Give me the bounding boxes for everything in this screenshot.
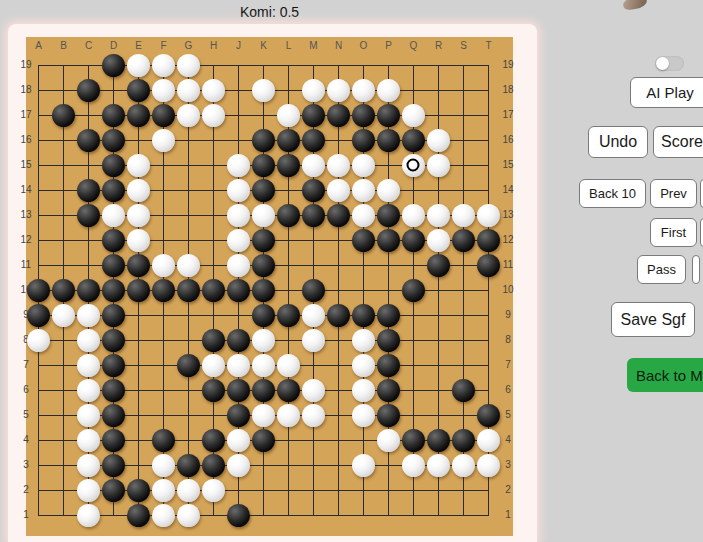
stone-black	[377, 304, 400, 327]
stone-black	[127, 79, 150, 102]
stone-black	[402, 129, 425, 152]
stone-black	[77, 79, 100, 102]
row-label: 7	[16, 359, 36, 370]
stone-black	[102, 129, 125, 152]
row-label: 3	[16, 459, 36, 470]
row-label: 18	[498, 84, 518, 95]
column-label: S	[451, 40, 476, 51]
stone-white	[202, 479, 225, 502]
stone-black	[177, 279, 200, 302]
row-label: 4	[16, 434, 36, 445]
stone-white	[402, 154, 425, 177]
stone-black	[377, 354, 400, 377]
column-label: M	[301, 40, 326, 51]
stone-white	[227, 454, 250, 477]
corner-image	[622, 0, 648, 11]
stone-black	[52, 279, 75, 302]
stone-white	[252, 79, 275, 102]
stone-white	[327, 154, 350, 177]
stone-white	[427, 204, 450, 227]
stone-white	[427, 454, 450, 477]
stone-white	[202, 79, 225, 102]
stone-black	[152, 429, 175, 452]
row-label: 4	[498, 434, 518, 445]
komi-label: Komi: 0.5	[240, 4, 299, 20]
back-10-button[interactable]: Back 10	[579, 179, 646, 208]
stone-black	[102, 229, 125, 252]
row-label: 5	[498, 409, 518, 420]
stone-black	[27, 279, 50, 302]
stone-black	[202, 279, 225, 302]
row-label: 7	[498, 359, 518, 370]
stone-black	[277, 129, 300, 152]
stone-white	[252, 354, 275, 377]
column-label: T	[476, 40, 501, 51]
stone-black	[452, 379, 475, 402]
stone-black	[102, 154, 125, 177]
stone-black	[377, 129, 400, 152]
stone-black	[202, 429, 225, 452]
stone-white	[427, 229, 450, 252]
stone-white	[77, 479, 100, 502]
stone-white	[377, 79, 400, 102]
stone-black	[377, 229, 400, 252]
stone-black	[277, 204, 300, 227]
row-label: 6	[498, 384, 518, 395]
stone-white	[152, 504, 175, 527]
stone-white	[152, 79, 175, 102]
stone-white	[127, 54, 150, 77]
column-label: Q	[401, 40, 426, 51]
stone-black	[102, 304, 125, 327]
stone-black	[102, 429, 125, 452]
stone-black	[102, 404, 125, 427]
column-label: L	[276, 40, 301, 51]
first-button[interactable]: First	[650, 218, 697, 247]
column-label: A	[26, 40, 51, 51]
stone-white	[77, 329, 100, 352]
stone-black	[252, 379, 275, 402]
last-move-marker	[407, 159, 420, 172]
save-sgf-button[interactable]: Save Sgf	[611, 302, 695, 337]
stone-black	[252, 129, 275, 152]
stone-black	[302, 179, 325, 202]
row-label: 17	[498, 109, 518, 120]
row-label: 2	[498, 484, 518, 495]
column-label: C	[76, 40, 101, 51]
column-label: D	[101, 40, 126, 51]
row-label: 5	[16, 409, 36, 420]
row-label: 9	[498, 309, 518, 320]
stone-black	[102, 454, 125, 477]
stone-white	[327, 179, 350, 202]
stone-black	[352, 304, 375, 327]
stone-black	[102, 329, 125, 352]
row-label: 15	[16, 159, 36, 170]
stone-black	[252, 254, 275, 277]
stone-black	[352, 229, 375, 252]
column-label: R	[426, 40, 451, 51]
stone-black	[302, 204, 325, 227]
stone-white	[477, 429, 500, 452]
stone-white	[477, 204, 500, 227]
stone-black	[52, 104, 75, 127]
stone-white	[352, 379, 375, 402]
stone-white	[77, 404, 100, 427]
ai-toggle-switch[interactable]	[655, 56, 684, 71]
stone-white	[352, 179, 375, 202]
stone-white	[227, 254, 250, 277]
stone-black	[202, 379, 225, 402]
stone-black	[377, 404, 400, 427]
stone-white	[427, 129, 450, 152]
column-label: O	[351, 40, 376, 51]
stone-black	[102, 179, 125, 202]
stone-white	[227, 354, 250, 377]
stone-black	[252, 279, 275, 302]
column-label: E	[126, 40, 151, 51]
stone-black	[127, 104, 150, 127]
stone-white	[427, 154, 450, 177]
row-label: 1	[498, 509, 518, 520]
stone-white	[352, 329, 375, 352]
stone-black	[477, 404, 500, 427]
row-label: 2	[16, 484, 36, 495]
stone-white	[352, 154, 375, 177]
stone-black	[402, 229, 425, 252]
stone-black	[452, 229, 475, 252]
stone-black	[102, 54, 125, 77]
stone-black	[402, 429, 425, 452]
stone-black	[477, 254, 500, 277]
stone-white	[177, 79, 200, 102]
row-label: 12	[16, 234, 36, 245]
stone-white	[52, 304, 75, 327]
stone-black	[227, 329, 250, 352]
stone-white	[127, 229, 150, 252]
stone-white	[252, 204, 275, 227]
stone-white	[152, 254, 175, 277]
stone-black	[102, 379, 125, 402]
cut-off-button[interactable]	[692, 255, 700, 284]
row-label: 13	[16, 209, 36, 220]
stone-white	[152, 54, 175, 77]
stone-white	[177, 504, 200, 527]
stone-black	[302, 279, 325, 302]
stone-white	[127, 154, 150, 177]
row-label: 19	[16, 59, 36, 70]
stone-white	[102, 204, 125, 227]
stone-black	[252, 429, 275, 452]
stone-black	[152, 279, 175, 302]
pass-button[interactable]: Pass	[637, 255, 686, 284]
stone-black	[402, 279, 425, 302]
stone-white	[277, 104, 300, 127]
go-app: { "top_bar": { "komi_label": "Komi: 0.5"…	[0, 0, 703, 542]
stone-white	[302, 379, 325, 402]
column-label: P	[376, 40, 401, 51]
row-label: 16	[16, 134, 36, 145]
stone-white	[302, 154, 325, 177]
row-label: 12	[498, 234, 518, 245]
stone-white	[177, 104, 200, 127]
stone-white	[277, 404, 300, 427]
grid-line	[338, 65, 339, 516]
stone-black	[177, 354, 200, 377]
row-label: 13	[498, 209, 518, 220]
stone-white	[477, 454, 500, 477]
stone-white	[127, 204, 150, 227]
stone-black	[427, 254, 450, 277]
stone-white	[202, 104, 225, 127]
toggle-knob	[656, 57, 669, 70]
column-label: F	[151, 40, 176, 51]
stone-black	[102, 104, 125, 127]
stone-white	[27, 329, 50, 352]
row-label: 11	[16, 259, 36, 270]
stone-white	[402, 454, 425, 477]
stone-white	[252, 329, 275, 352]
stone-white	[377, 429, 400, 452]
stone-white	[177, 254, 200, 277]
stone-white	[352, 454, 375, 477]
stone-white	[327, 79, 350, 102]
stone-white	[277, 354, 300, 377]
stone-black	[252, 304, 275, 327]
stone-black	[327, 104, 350, 127]
stone-black	[127, 279, 150, 302]
stone-black	[227, 504, 250, 527]
row-label: 14	[498, 184, 518, 195]
stone-black	[127, 479, 150, 502]
stone-black	[252, 229, 275, 252]
stone-white	[227, 429, 250, 452]
stone-black	[377, 329, 400, 352]
stone-black	[127, 504, 150, 527]
column-label: K	[251, 40, 276, 51]
stone-black	[352, 104, 375, 127]
stone-black	[277, 304, 300, 327]
column-label: J	[226, 40, 251, 51]
stone-black	[152, 104, 175, 127]
stone-white	[227, 204, 250, 227]
row-label: 15	[498, 159, 518, 170]
stone-white	[77, 354, 100, 377]
row-label: 10	[498, 284, 518, 295]
stone-black	[452, 429, 475, 452]
stone-black	[227, 379, 250, 402]
stone-black	[252, 154, 275, 177]
stone-black	[277, 154, 300, 177]
stone-white	[302, 79, 325, 102]
stone-white	[377, 179, 400, 202]
row-label: 1	[16, 509, 36, 520]
stone-black	[327, 304, 350, 327]
board-card: A1919B1818C1717D1616E1515F1414G1313H1212…	[8, 24, 537, 542]
stone-white	[302, 404, 325, 427]
row-label: 11	[498, 259, 518, 270]
row-label: 8	[498, 334, 518, 345]
stone-white	[77, 304, 100, 327]
stone-white	[177, 479, 200, 502]
stone-white	[77, 429, 100, 452]
stone-black	[302, 104, 325, 127]
row-label: 19	[498, 59, 518, 70]
stone-white	[227, 179, 250, 202]
stone-black	[377, 104, 400, 127]
stone-white	[227, 154, 250, 177]
row-label: 14	[16, 184, 36, 195]
stone-white	[152, 479, 175, 502]
column-label: G	[176, 40, 201, 51]
stone-black	[27, 304, 50, 327]
stone-white	[452, 204, 475, 227]
stone-black	[202, 454, 225, 477]
stone-black	[102, 479, 125, 502]
stone-white	[402, 204, 425, 227]
row-label: 16	[498, 134, 518, 145]
stone-black	[477, 229, 500, 252]
column-label: B	[51, 40, 76, 51]
stone-white	[302, 304, 325, 327]
row-label: 18	[16, 84, 36, 95]
stone-white	[352, 79, 375, 102]
stone-white	[77, 454, 100, 477]
stone-white	[452, 454, 475, 477]
stone-black	[127, 254, 150, 277]
row-label: 6	[16, 384, 36, 395]
stone-black	[77, 179, 100, 202]
prev-button[interactable]: Prev	[650, 179, 697, 208]
stone-black	[302, 129, 325, 152]
goban[interactable]: A1919B1818C1717D1616E1515F1414G1313H1212…	[26, 37, 513, 536]
ai-play-button[interactable]: AI Play	[630, 77, 703, 108]
stone-white	[77, 504, 100, 527]
stone-white	[177, 54, 200, 77]
column-label: N	[326, 40, 351, 51]
stone-black	[377, 204, 400, 227]
stone-black	[352, 129, 375, 152]
score-button[interactable]: Score	[653, 126, 703, 158]
stone-black	[252, 179, 275, 202]
stone-black	[102, 354, 125, 377]
stone-black	[202, 329, 225, 352]
stone-black	[377, 379, 400, 402]
stone-white	[127, 179, 150, 202]
stone-black	[77, 129, 100, 152]
stone-white	[252, 404, 275, 427]
stone-black	[77, 204, 100, 227]
stone-white	[152, 454, 175, 477]
stone-white	[352, 204, 375, 227]
stone-black	[227, 279, 250, 302]
column-label: H	[201, 40, 226, 51]
grid-line	[38, 515, 489, 516]
back-to-menu-button[interactable]: Back to M	[627, 358, 703, 392]
top-bar: Komi: 0.5	[0, 0, 703, 24]
stone-black	[427, 429, 450, 452]
undo-button[interactable]: Undo	[588, 126, 648, 158]
stone-black	[102, 254, 125, 277]
stone-white	[302, 329, 325, 352]
stone-white	[77, 379, 100, 402]
stone-white	[352, 354, 375, 377]
stone-white	[352, 404, 375, 427]
stone-white	[402, 104, 425, 127]
stone-black	[77, 279, 100, 302]
stone-black	[102, 279, 125, 302]
stone-black	[327, 204, 350, 227]
row-label: 3	[498, 459, 518, 470]
stone-black	[177, 454, 200, 477]
stone-black	[277, 379, 300, 402]
row-label: 17	[16, 109, 36, 120]
stone-white	[227, 229, 250, 252]
stone-white	[152, 129, 175, 152]
stone-black	[227, 404, 250, 427]
stone-white	[202, 354, 225, 377]
